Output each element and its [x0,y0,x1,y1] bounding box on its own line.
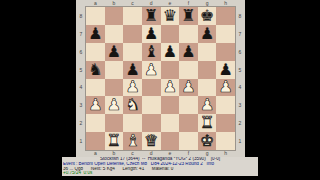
stage: abcdefgh 87654321 ♜♛♜♚♟♟♟♟♝♟♟♞♟♟♟♟♟♟♟♟♟♞… [0,0,320,180]
file-label-e: e [161,0,180,7]
square-g1[interactable]: ♚ [198,132,217,150]
square-b5[interactable] [105,61,124,79]
file-label-c: c [123,150,142,157]
rank-label-4: 4 [236,84,244,90]
piece-white-pawn: ♟ [200,97,214,113]
square-e3[interactable] [161,96,180,114]
square-b3[interactable]: ♟ [105,96,124,114]
square-c7[interactable] [123,25,142,43]
file-label-h: h [216,0,235,7]
piece-black-bishop: ♝ [144,43,158,59]
square-c1[interactable]: ♝ [123,132,142,150]
piece-white-bishop: ♝ [125,133,139,149]
square-f5[interactable] [179,61,198,79]
square-b8[interactable] [105,7,124,25]
square-g3[interactable]: ♟ [198,96,217,114]
rank-label-7: 7 [236,31,244,37]
piece-white-rook: ♜ [107,133,121,149]
file-label-b: b [105,150,124,157]
piece-black-pawn: ♟ [200,25,214,41]
rank-label-2: 2 [77,120,85,126]
rank-label-1: 1 [77,138,85,144]
rank-label-3: 3 [77,102,85,108]
square-e4[interactable]: ♟ [161,79,180,97]
piece-white-knight: ♞ [125,97,139,113]
square-c3[interactable]: ♞ [123,96,142,114]
piece-white-pawn: ♟ [144,61,158,77]
square-d5[interactable]: ♟ [142,61,161,79]
square-b7[interactable] [105,25,124,43]
rank-label-8: 8 [77,13,85,19]
square-b1[interactable]: ♜ [105,132,124,150]
chess-gui-panel: abcdefgh 87654321 ♜♛♜♚♟♟♟♟♝♟♟♞♟♟♟♟♟♟♟♟♟♞… [76,0,245,157]
file-label-h: h [216,150,235,157]
square-e8[interactable]: ♛ [161,7,180,25]
square-a2[interactable] [86,114,105,132]
square-g6[interactable] [198,43,217,61]
piece-black-pawn: ♟ [219,61,233,77]
square-a8[interactable] [86,7,105,25]
piece-white-pawn: ♟ [88,97,102,113]
eval-line: +0.75/24 0:0s [62,171,258,176]
square-h1[interactable] [216,132,235,150]
square-d6[interactable]: ♝ [142,43,161,61]
piece-white-pawn: ♟ [163,79,177,95]
piece-white-pawn: ♟ [181,79,195,95]
square-g8[interactable]: ♚ [198,7,217,25]
square-f3[interactable] [179,96,198,114]
rank-label-5: 5 [77,67,85,73]
square-h2[interactable] [216,114,235,132]
square-h8[interactable] [216,7,235,25]
rank-label-2: 2 [236,120,244,126]
rank-label-6: 6 [236,49,244,55]
piece-black-pawn: ♟ [125,61,139,77]
rank-label-8: 8 [236,13,244,19]
square-h5[interactable]: ♟ [216,61,235,79]
game-info-panel: Stockfish 17 (3644) -- Hulkaganda *YOG* … [62,157,258,176]
square-b2[interactable] [105,114,124,132]
square-g2[interactable]: ♜ [198,114,217,132]
square-e7[interactable] [161,25,180,43]
board: ♜♛♜♚♟♟♟♟♝♟♟♞♟♟♟♟♟♟♟♟♟♞♟♜♜♝♛♚ [86,7,235,150]
piece-black-knight: ♞ [88,61,102,77]
piece-black-queen: ♛ [163,7,177,23]
square-c8[interactable] [123,7,142,25]
square-f2[interactable] [179,114,198,132]
square-f4[interactable]: ♟ [179,79,198,97]
square-e1[interactable] [161,132,180,150]
square-a5[interactable]: ♞ [86,61,105,79]
rank-label-1: 1 [236,138,244,144]
rank-labels-left: 87654321 [77,7,85,150]
piece-white-queen: ♛ [144,133,158,149]
piece-black-pawn: ♟ [181,43,195,59]
piece-white-rook: ♜ [200,115,214,131]
square-a1[interactable] [86,132,105,150]
square-c6[interactable] [123,43,142,61]
square-d8[interactable]: ♜ [142,7,161,25]
square-a6[interactable] [86,43,105,61]
square-g7[interactable]: ♟ [198,25,217,43]
file-label-a: a [86,150,105,157]
square-f6[interactable]: ♟ [179,43,198,61]
piece-black-rook: ♜ [144,7,158,23]
square-b4[interactable] [105,79,124,97]
square-h4[interactable]: ♟ [216,79,235,97]
square-g5[interactable] [198,61,217,79]
piece-black-pawn: ♟ [107,43,121,59]
rank-label-5: 5 [236,67,244,73]
square-f8[interactable]: ♜ [179,7,198,25]
square-e5[interactable] [161,61,180,79]
file-label-g: g [198,0,217,7]
square-d4[interactable] [142,79,161,97]
file-label-d: d [142,150,161,157]
piece-white-pawn: ♟ [125,79,139,95]
square-h3[interactable] [216,96,235,114]
piece-black-pawn: ♟ [144,25,158,41]
square-c5[interactable]: ♟ [123,61,142,79]
square-d2[interactable] [142,114,161,132]
square-a3[interactable]: ♟ [86,96,105,114]
piece-black-king: ♚ [200,7,214,23]
rank-labels-right: 87654321 [236,7,244,150]
square-d3[interactable] [142,96,161,114]
square-d7[interactable]: ♟ [142,25,161,43]
square-b6[interactable]: ♟ [105,43,124,61]
piece-white-pawn: ♟ [219,79,233,95]
square-g4[interactable] [198,79,217,97]
square-c2[interactable] [123,114,142,132]
file-label-b: b [105,0,124,7]
piece-white-pawn: ♟ [107,97,121,113]
file-label-d: d [142,0,161,7]
square-f1[interactable] [179,132,198,150]
square-f7[interactable] [179,25,198,43]
file-label-c: c [123,0,142,7]
piece-white-king: ♚ [200,133,214,149]
file-labels-bottom: abcdefgh [86,150,235,157]
square-e2[interactable] [161,114,180,132]
rank-label-7: 7 [77,31,85,37]
square-a7[interactable]: ♟ [86,25,105,43]
piece-black-pawn: ♟ [88,25,102,41]
file-label-f: f [179,150,198,157]
file-label-a: a [86,0,105,7]
square-e6[interactable]: ♟ [161,43,180,61]
piece-black-pawn: ♟ [163,43,177,59]
file-label-g: g [198,150,217,157]
rank-label-6: 6 [77,49,85,55]
rank-label-3: 3 [236,102,244,108]
square-c4[interactable]: ♟ [123,79,142,97]
piece-black-rook: ♜ [181,7,195,23]
square-d1[interactable]: ♛ [142,132,161,150]
file-labels-top: abcdefgh [86,0,235,7]
rank-label-4: 4 [77,84,85,90]
square-a4[interactable] [86,79,105,97]
file-label-f: f [179,0,198,7]
file-label-e: e [161,150,180,157]
square-h6[interactable] [216,43,235,61]
square-h7[interactable] [216,25,235,43]
